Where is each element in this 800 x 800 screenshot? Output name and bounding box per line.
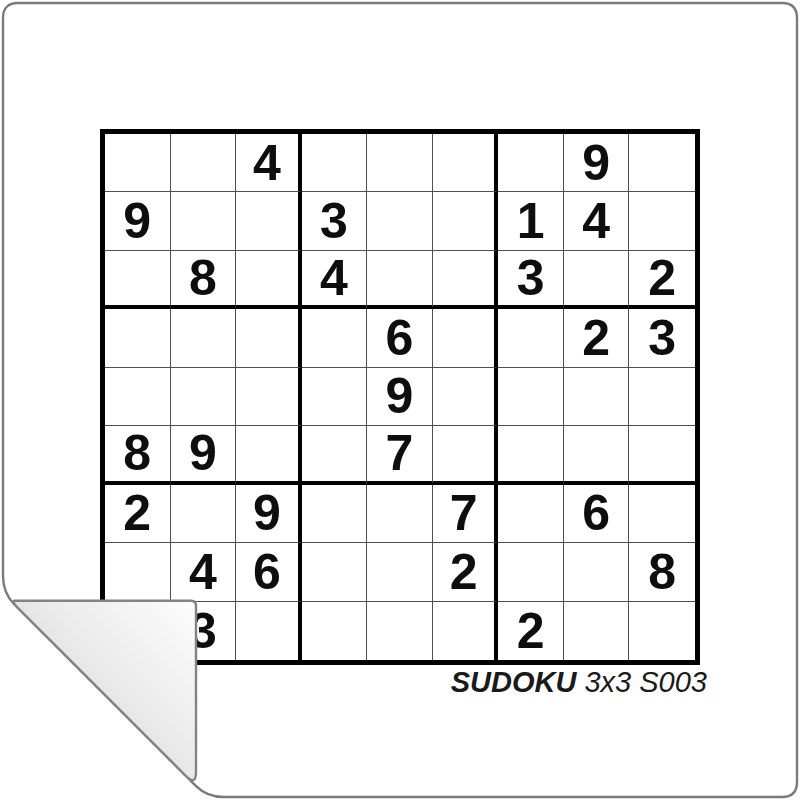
given-digit: 4	[189, 547, 217, 597]
given-digit: 9	[582, 138, 610, 188]
sudoku-cell-r7c4[interactable]	[302, 485, 368, 543]
sudoku-cell-r2c6[interactable]	[433, 192, 499, 250]
sudoku-cell-r6c3[interactable]	[236, 426, 302, 484]
sudoku-cell-r4c6[interactable]	[433, 309, 499, 367]
sudoku-cell-r9c8[interactable]	[564, 602, 630, 660]
sudoku-cell-r5c7[interactable]	[498, 368, 564, 426]
sudoku-cell-r7c7[interactable]	[498, 485, 564, 543]
sudoku-cell-r4c1[interactable]	[105, 309, 171, 367]
given-digit: 3	[320, 196, 348, 246]
sudoku-cell-r9c7[interactable]: 2	[498, 602, 564, 660]
given-digit: 3	[189, 606, 217, 656]
given-digit: 9	[386, 371, 414, 421]
sudoku-cell-r6c5[interactable]: 7	[367, 426, 433, 484]
sudoku-cell-r4c7[interactable]	[498, 309, 564, 367]
given-digit: 1	[517, 196, 545, 246]
given-digit: 3	[517, 253, 545, 303]
sudoku-cell-r1c5[interactable]	[367, 134, 433, 192]
sudoku-cell-r7c8[interactable]: 6	[564, 485, 630, 543]
given-digit: 8	[189, 253, 217, 303]
sudoku-cell-r7c3[interactable]: 9	[236, 485, 302, 543]
given-digit: 2	[517, 606, 545, 656]
sudoku-cell-r6c4[interactable]	[302, 426, 368, 484]
given-digit: 2	[123, 488, 151, 538]
sudoku-cell-r5c5[interactable]: 9	[367, 368, 433, 426]
sudoku-cell-r8c7[interactable]	[498, 543, 564, 601]
given-digit: 4	[320, 253, 348, 303]
given-digit: 4	[253, 138, 281, 188]
sudoku-cell-r6c1[interactable]: 8	[105, 426, 171, 484]
sudoku-cell-r2c7[interactable]: 1	[498, 192, 564, 250]
sudoku-cell-r2c4[interactable]: 3	[302, 192, 368, 250]
sudoku-cell-r8c6[interactable]: 2	[433, 543, 499, 601]
sudoku-cell-r8c4[interactable]	[302, 543, 368, 601]
sudoku-cell-r1c7[interactable]	[498, 134, 564, 192]
sudoku-cell-r2c2[interactable]	[171, 192, 237, 250]
given-digit: 2	[648, 253, 676, 303]
sudoku-cell-r1c8[interactable]: 9	[564, 134, 630, 192]
sudoku-cell-r9c5[interactable]	[367, 602, 433, 660]
sudoku-cell-r9c2[interactable]: 3	[171, 602, 237, 660]
given-digit: 4	[582, 196, 610, 246]
sudoku-cell-r5c2[interactable]	[171, 368, 237, 426]
sudoku-cell-r8c9[interactable]: 8	[629, 543, 695, 601]
given-digit: 7	[450, 488, 478, 538]
sudoku-cell-r1c9[interactable]	[629, 134, 695, 192]
sudoku-cell-r5c8[interactable]	[564, 368, 630, 426]
sudoku-cell-r7c1[interactable]: 2	[105, 485, 171, 543]
sudoku-cell-r2c9[interactable]	[629, 192, 695, 250]
sudoku-cell-r9c6[interactable]	[433, 602, 499, 660]
sudoku-cell-r2c3[interactable]	[236, 192, 302, 250]
sudoku-cell-r4c8[interactable]: 2	[564, 309, 630, 367]
sudoku-cell-r3c8[interactable]	[564, 251, 630, 309]
puzzle-subtitle: 3x3 S003	[576, 666, 707, 698]
given-digit: 6	[253, 547, 281, 597]
sudoku-cell-r5c4[interactable]	[302, 368, 368, 426]
given-digit: 3	[648, 313, 676, 363]
sudoku-cell-r8c3[interactable]: 6	[236, 543, 302, 601]
given-digit: 6	[386, 313, 414, 363]
sudoku-cell-r5c9[interactable]	[629, 368, 695, 426]
given-digit: 9	[123, 196, 151, 246]
sudoku-cell-r8c5[interactable]	[367, 543, 433, 601]
sudoku-grid: 499314843262398972976462832	[100, 129, 700, 665]
sudoku-cell-r9c1[interactable]	[105, 602, 171, 660]
given-digit: 8	[648, 547, 676, 597]
sudoku-cell-r9c3[interactable]	[236, 602, 302, 660]
given-digit: 9	[189, 428, 217, 478]
sudoku-cell-r9c9[interactable]	[629, 602, 695, 660]
sudoku-cell-r6c7[interactable]	[498, 426, 564, 484]
sudoku-cell-r5c3[interactable]	[236, 368, 302, 426]
sudoku-cell-r8c8[interactable]	[564, 543, 630, 601]
sudoku-cell-r8c1[interactable]	[105, 543, 171, 601]
given-digit: 6	[582, 488, 610, 538]
sudoku-cell-r4c3[interactable]	[236, 309, 302, 367]
sudoku-cell-r4c4[interactable]	[302, 309, 368, 367]
sudoku-cell-r3c1[interactable]	[105, 251, 171, 309]
sudoku-cell-r7c2[interactable]	[171, 485, 237, 543]
sudoku-cell-r3c3[interactable]	[236, 251, 302, 309]
given-digit: 2	[582, 313, 610, 363]
sudoku-cell-r2c8[interactable]: 4	[564, 192, 630, 250]
sudoku-cell-r5c1[interactable]	[105, 368, 171, 426]
sudoku-cell-r6c2[interactable]: 9	[171, 426, 237, 484]
sudoku-cell-r4c2[interactable]	[171, 309, 237, 367]
sudoku-cell-r7c5[interactable]	[367, 485, 433, 543]
sudoku-cell-r2c5[interactable]	[367, 192, 433, 250]
sudoku-cell-r1c1[interactable]	[105, 134, 171, 192]
sudoku-cell-r6c6[interactable]	[433, 426, 499, 484]
given-digit: 8	[123, 428, 151, 478]
given-digit: 7	[386, 428, 414, 478]
sudoku-cell-r9c4[interactable]	[302, 602, 368, 660]
puzzle-caption: SUDOKU 3x3 S003	[451, 666, 707, 699]
sudoku-cell-r7c9[interactable]	[629, 485, 695, 543]
sudoku-cell-r3c4[interactable]: 4	[302, 251, 368, 309]
sudoku-cell-r3c6[interactable]	[433, 251, 499, 309]
sudoku-cell-r1c6[interactable]	[433, 134, 499, 192]
given-digit: 9	[253, 488, 281, 538]
sudoku-cell-r1c3[interactable]: 4	[236, 134, 302, 192]
puzzle-title: SUDOKU	[451, 666, 577, 698]
sudoku-cell-r8c2[interactable]: 4	[171, 543, 237, 601]
sudoku-cell-r3c2[interactable]: 8	[171, 251, 237, 309]
sudoku-cell-r3c9[interactable]: 2	[629, 251, 695, 309]
sudoku-cell-r6c9[interactable]	[629, 426, 695, 484]
sudoku-cell-r7c6[interactable]: 7	[433, 485, 499, 543]
sudoku-cell-r1c2[interactable]	[171, 134, 237, 192]
sudoku-cell-r4c9[interactable]: 3	[629, 309, 695, 367]
sudoku-cell-r3c5[interactable]	[367, 251, 433, 309]
sudoku-cell-r1c4[interactable]	[302, 134, 368, 192]
given-digit: 2	[450, 547, 478, 597]
sudoku-cell-r3c7[interactable]: 3	[498, 251, 564, 309]
sudoku-cell-r5c6[interactable]	[433, 368, 499, 426]
sudoku-cell-r2c1[interactable]: 9	[105, 192, 171, 250]
sudoku-cell-r4c5[interactable]: 6	[367, 309, 433, 367]
sudoku-cell-r6c8[interactable]	[564, 426, 630, 484]
